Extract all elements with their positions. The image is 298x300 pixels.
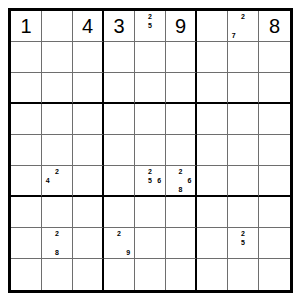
pencil-mark-2: 2 (238, 229, 247, 238)
pencil-mark-9: 9 (124, 248, 133, 257)
pencil-mark-2: 2 (145, 12, 154, 21)
cell-r2c6[interactable] (166, 42, 197, 73)
cell-r4c8[interactable] (228, 104, 259, 135)
cell-r9c1[interactable] (11, 259, 42, 290)
pencil-marks: 24 (43, 167, 71, 194)
cell-r5c4[interactable] (104, 135, 135, 166)
cell-r1c7[interactable] (197, 11, 228, 42)
cell-r8c1[interactable] (11, 228, 42, 259)
pencil-marks: 28 (43, 229, 71, 257)
cell-r3c5[interactable] (135, 73, 166, 104)
cell-r5c3[interactable] (73, 135, 104, 166)
cell-r1c9[interactable]: 8 (259, 11, 290, 42)
pencil-mark-8: 8 (176, 185, 185, 194)
pencil-marks: 27 (229, 12, 257, 40)
pencil-marks: 25 (136, 12, 164, 40)
cell-r9c5[interactable] (135, 259, 166, 290)
cell-r8c8[interactable]: 25 (228, 228, 259, 259)
cell-r3c8[interactable] (228, 73, 259, 104)
cell-r3c4[interactable] (104, 73, 135, 104)
cell-r7c5[interactable] (135, 197, 166, 228)
cell-r5c1[interactable] (11, 135, 42, 166)
cell-r9c2[interactable] (42, 259, 73, 290)
cell-r9c3[interactable] (73, 259, 104, 290)
given-digit: 4 (82, 16, 93, 36)
cell-r2c7[interactable] (197, 42, 228, 73)
cell-r7c2[interactable] (42, 197, 73, 228)
cell-r7c4[interactable] (104, 197, 135, 228)
cell-r4c1[interactable] (11, 104, 42, 135)
cell-r4c2[interactable] (42, 104, 73, 135)
sudoku-page: 14325927824256268282925 (0, 0, 298, 300)
pencil-mark-4: 4 (43, 176, 52, 185)
cell-r3c2[interactable] (42, 73, 73, 104)
pencil-mark-5: 5 (145, 21, 154, 30)
pencil-marks: 25 (229, 229, 257, 257)
sudoku-grid: 14325927824256268282925 (8, 8, 293, 293)
cell-r7c3[interactable] (73, 197, 104, 228)
cell-r8c6[interactable] (166, 228, 197, 259)
cell-r3c9[interactable] (259, 73, 290, 104)
pencil-mark-2: 2 (238, 12, 247, 21)
cell-r2c2[interactable] (42, 42, 73, 73)
cell-r2c5[interactable] (135, 42, 166, 73)
cell-r6c2[interactable]: 24 (42, 166, 73, 197)
cell-r3c7[interactable] (197, 73, 228, 104)
cell-r6c7[interactable] (197, 166, 228, 197)
cell-r7c8[interactable] (228, 197, 259, 228)
cell-r2c3[interactable] (73, 42, 104, 73)
given-digit: 3 (113, 16, 124, 36)
pencil-mark-5: 5 (145, 176, 154, 185)
cell-r9c6[interactable] (166, 259, 197, 290)
cell-r3c1[interactable] (11, 73, 42, 104)
cell-r2c9[interactable] (259, 42, 290, 73)
cell-r7c9[interactable] (259, 197, 290, 228)
cell-r2c8[interactable] (228, 42, 259, 73)
cell-r9c7[interactable] (197, 259, 228, 290)
cell-r8c3[interactable] (73, 228, 104, 259)
pencil-mark-2: 2 (114, 229, 123, 238)
cell-r6c4[interactable] (104, 166, 135, 197)
cell-r6c8[interactable] (228, 166, 259, 197)
cell-r4c4[interactable] (104, 104, 135, 135)
cell-r7c1[interactable] (11, 197, 42, 228)
cell-r1c2[interactable] (42, 11, 73, 42)
cell-r6c6[interactable]: 268 (166, 166, 197, 197)
pencil-mark-2: 2 (176, 167, 185, 176)
cell-r4c5[interactable] (135, 104, 166, 135)
cell-r9c4[interactable] (104, 259, 135, 290)
cell-r1c1[interactable]: 1 (11, 11, 42, 42)
pencil-mark-8: 8 (52, 248, 61, 257)
cell-r4c9[interactable] (259, 104, 290, 135)
cell-r7c7[interactable] (197, 197, 228, 228)
cell-r7c6[interactable] (166, 197, 197, 228)
cell-r5c7[interactable] (197, 135, 228, 166)
cell-r6c3[interactable] (73, 166, 104, 197)
cell-r5c6[interactable] (166, 135, 197, 166)
cell-r4c7[interactable] (197, 104, 228, 135)
cell-r1c6[interactable]: 9 (166, 11, 197, 42)
cell-r8c9[interactable] (259, 228, 290, 259)
cell-r6c9[interactable] (259, 166, 290, 197)
cell-r2c4[interactable] (104, 42, 135, 73)
pencil-marks: 256 (136, 167, 164, 194)
cell-r1c8[interactable]: 27 (228, 11, 259, 42)
cell-r5c8[interactable] (228, 135, 259, 166)
cell-r9c9[interactable] (259, 259, 290, 290)
cell-r3c3[interactable] (73, 73, 104, 104)
pencil-mark-2: 2 (52, 229, 61, 238)
pencil-mark-7: 7 (229, 31, 238, 40)
given-digit: 9 (175, 16, 186, 36)
cell-r4c6[interactable] (166, 104, 197, 135)
cell-r9c8[interactable] (228, 259, 259, 290)
pencil-marks: 268 (167, 167, 194, 194)
cell-r3c6[interactable] (166, 73, 197, 104)
pencil-marks: 29 (105, 229, 133, 257)
cell-r8c5[interactable] (135, 228, 166, 259)
cell-r6c5[interactable]: 256 (135, 166, 166, 197)
cell-r5c9[interactable] (259, 135, 290, 166)
given-digit: 8 (269, 16, 280, 36)
cell-r8c2[interactable]: 28 (42, 228, 73, 259)
given-digit: 1 (20, 16, 31, 36)
cell-r2c1[interactable] (11, 42, 42, 73)
pencil-mark-2: 2 (52, 167, 61, 176)
cell-r8c4[interactable]: 29 (104, 228, 135, 259)
cell-r6c1[interactable] (11, 166, 42, 197)
pencil-mark-5: 5 (238, 238, 247, 247)
cell-r4c3[interactable] (73, 104, 104, 135)
cell-r1c3[interactable]: 4 (73, 11, 104, 42)
pencil-mark-6: 6 (185, 176, 194, 185)
pencil-mark-2: 2 (145, 167, 154, 176)
cell-r5c2[interactable] (42, 135, 73, 166)
cell-r5c5[interactable] (135, 135, 166, 166)
pencil-mark-6: 6 (155, 176, 164, 185)
cell-r1c4[interactable]: 3 (104, 11, 135, 42)
cell-r1c5[interactable]: 25 (135, 11, 166, 42)
cell-r8c7[interactable] (197, 228, 228, 259)
